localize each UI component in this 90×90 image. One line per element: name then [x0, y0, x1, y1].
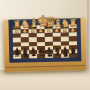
white-pawn[interactable]: ♟	[53, 27, 61, 33]
black-rook[interactable]: ♜	[13, 50, 21, 59]
white-pawn[interactable]: ♟	[37, 28, 45, 34]
white-pawn[interactable]: ♟	[69, 27, 77, 33]
black-knight[interactable]: ♞	[21, 49, 29, 59]
white-pawn[interactable]: ♟	[61, 27, 69, 33]
white-pawn[interactable]: ♟	[21, 28, 29, 34]
navy-board-surface: ♜♞♝♚♛♝♞♜♟♟♟♟♟♟♟♟♟♟♟♟♟♟♟♟♜♞♝♚♛♝♞♜	[8, 18, 81, 63]
black-king[interactable]: ♚	[37, 47, 45, 58]
wall-corner-shadow	[87, 0, 89, 74]
white-pawn[interactable]: ♟	[45, 28, 53, 34]
black-knight[interactable]: ♞	[61, 48, 69, 58]
pieces-layer: ♜♞♝♚♛♝♞♜♟♟♟♟♟♟♟♟♟♟♟♟♟♟♟♟♜♞♝♚♛♝♞♜	[13, 24, 78, 58]
white-pawn[interactable]: ♟	[29, 28, 37, 34]
black-queen[interactable]: ♛	[45, 47, 53, 58]
black-rook[interactable]: ♜	[69, 48, 77, 57]
table-surface	[0, 70, 90, 90]
chess-set-photo: ♜♞♝♚♛♝♞♜♟♟♟♟♟♟♟♟♟♟♟♟♟♟♟♟♜♞♝♚♛♝♞♜	[0, 0, 90, 90]
black-bishop[interactable]: ♝	[29, 48, 37, 58]
black-bishop[interactable]: ♝	[53, 48, 61, 58]
chess-box: ♜♞♝♚♛♝♞♜♟♟♟♟♟♟♟♟♟♟♟♟♟♟♟♟♜♞♝♚♛♝♞♜	[3, 18, 86, 72]
white-pawn[interactable]: ♟	[13, 28, 21, 34]
